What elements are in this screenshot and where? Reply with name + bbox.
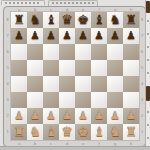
square-g6[interactable] [107, 44, 123, 60]
square-d5[interactable] [59, 60, 75, 76]
square-h2[interactable]: ♟ [123, 108, 139, 124]
black-rook[interactable]: ♜ [123, 12, 139, 28]
chess-board-window: abcdefgh abcdefgh 87654321 87654321 ♜♞♝♛… [3, 6, 146, 147]
black-pawn[interactable]: ♟ [107, 28, 123, 44]
square-h3[interactable] [123, 92, 139, 108]
square-b8[interactable]: ♞ [27, 12, 43, 28]
square-e2[interactable]: ♟ [75, 108, 91, 124]
square-c8[interactable]: ♝ [43, 12, 59, 28]
square-h4[interactable] [123, 76, 139, 92]
square-b7[interactable]: ♟ [27, 28, 43, 44]
square-d2[interactable]: ♟ [59, 108, 75, 124]
square-c5[interactable] [43, 60, 59, 76]
chess-board[interactable]: ♜♞♝♛♚♝♞♜♟♟♟♟♟♟♟♟♟♟♟♟♟♟♟♟♜♞♝♛♚♝♞♜ [10, 11, 140, 141]
square-f7[interactable]: ♟ [91, 28, 107, 44]
square-a4[interactable] [11, 76, 27, 92]
black-pawn[interactable]: ♟ [91, 28, 107, 44]
panel-tick-mark [147, 137, 149, 139]
square-c6[interactable] [43, 44, 59, 60]
white-rook[interactable]: ♜ [123, 124, 139, 140]
square-b3[interactable] [27, 92, 43, 108]
square-g3[interactable] [107, 92, 123, 108]
square-g7[interactable]: ♟ [107, 28, 123, 44]
panel-tick-mark [147, 59, 149, 61]
square-d7[interactable]: ♟ [59, 28, 75, 44]
square-g2[interactable]: ♟ [107, 108, 123, 124]
black-queen[interactable]: ♛ [59, 12, 75, 28]
square-g8[interactable]: ♞ [107, 12, 123, 28]
square-a1[interactable]: ♜ [11, 124, 27, 140]
white-pawn[interactable]: ♟ [107, 108, 123, 124]
panel-tick-mark [147, 111, 149, 113]
panel-tick-mark [147, 46, 149, 48]
square-g4[interactable] [107, 76, 123, 92]
white-pawn[interactable]: ♟ [75, 108, 91, 124]
square-c3[interactable] [43, 92, 59, 108]
black-pawn[interactable]: ♟ [27, 28, 43, 44]
white-rook[interactable]: ♜ [11, 124, 27, 140]
window-tab-1[interactable] [1, 0, 45, 5]
black-bishop[interactable]: ♝ [43, 12, 59, 28]
panel-tick-mark [147, 33, 149, 35]
black-pawn[interactable]: ♟ [59, 28, 75, 44]
square-e7[interactable]: ♟ [75, 28, 91, 44]
white-knight[interactable]: ♞ [107, 124, 123, 140]
white-bishop[interactable]: ♝ [91, 124, 107, 140]
square-c2[interactable]: ♟ [43, 108, 59, 124]
black-king[interactable]: ♚ [75, 12, 91, 28]
square-f2[interactable]: ♟ [91, 108, 107, 124]
panel-tick-mark [147, 72, 149, 74]
square-d6[interactable] [59, 44, 75, 60]
square-h1[interactable]: ♜ [123, 124, 139, 140]
black-bishop[interactable]: ♝ [91, 12, 107, 28]
square-e1[interactable]: ♚ [75, 124, 91, 140]
square-c7[interactable]: ♟ [43, 28, 59, 44]
square-b5[interactable] [27, 60, 43, 76]
square-b1[interactable]: ♞ [27, 124, 43, 140]
black-rook[interactable]: ♜ [11, 12, 27, 28]
window-bottom-edge [0, 146, 150, 150]
square-e3[interactable] [75, 92, 91, 108]
white-pawn[interactable]: ♟ [59, 108, 75, 124]
square-h6[interactable] [123, 44, 139, 60]
square-h5[interactable] [123, 60, 139, 76]
square-f8[interactable]: ♝ [91, 12, 107, 28]
white-queen[interactable]: ♛ [59, 124, 75, 140]
white-king[interactable]: ♚ [75, 124, 91, 140]
square-d8[interactable]: ♛ [59, 12, 75, 28]
square-e5[interactable] [75, 60, 91, 76]
white-pawn[interactable]: ♟ [123, 108, 139, 124]
black-pawn[interactable]: ♟ [75, 28, 91, 44]
square-f1[interactable]: ♝ [91, 124, 107, 140]
square-b2[interactable]: ♟ [27, 108, 43, 124]
white-knight[interactable]: ♞ [27, 124, 43, 140]
black-knight[interactable]: ♞ [107, 12, 123, 28]
square-a6[interactable] [11, 44, 27, 60]
square-f3[interactable] [91, 92, 107, 108]
square-b6[interactable] [27, 44, 43, 60]
square-d1[interactable]: ♛ [59, 124, 75, 140]
white-pawn[interactable]: ♟ [27, 108, 43, 124]
square-a7[interactable]: ♟ [11, 28, 27, 44]
square-a2[interactable]: ♟ [11, 108, 27, 124]
square-e8[interactable]: ♚ [75, 12, 91, 28]
white-pawn[interactable]: ♟ [43, 108, 59, 124]
dark-piece-fragment-icon [146, 1, 150, 13]
square-d4[interactable] [59, 76, 75, 92]
square-f4[interactable] [91, 76, 107, 92]
square-f5[interactable] [91, 60, 107, 76]
square-g1[interactable]: ♞ [107, 124, 123, 140]
panel-tick-mark [147, 20, 149, 22]
square-e4[interactable] [75, 76, 91, 92]
black-pawn[interactable]: ♟ [123, 28, 139, 44]
square-f6[interactable] [91, 44, 107, 60]
tab-1-label-smudge [5, 2, 41, 4]
square-g5[interactable] [107, 60, 123, 76]
square-a8[interactable]: ♜ [11, 12, 27, 28]
black-pawn[interactable]: ♟ [43, 28, 59, 44]
square-c4[interactable] [43, 76, 59, 92]
right-partial-panel[interactable] [145, 0, 150, 150]
square-a3[interactable] [11, 92, 27, 108]
white-pawn[interactable]: ♟ [11, 108, 27, 124]
tab-2-label-smudge [52, 2, 94, 4]
square-a5[interactable] [11, 60, 27, 76]
dark-piece-fragment-icon [146, 86, 150, 101]
square-h8[interactable]: ♜ [123, 12, 139, 28]
panel-tick-mark [147, 124, 149, 126]
square-h7[interactable]: ♟ [123, 28, 139, 44]
square-b4[interactable] [27, 76, 43, 92]
black-knight[interactable]: ♞ [27, 12, 43, 28]
white-pawn[interactable]: ♟ [91, 108, 107, 124]
square-d3[interactable] [59, 92, 75, 108]
square-c1[interactable]: ♝ [43, 124, 59, 140]
white-bishop[interactable]: ♝ [43, 124, 59, 140]
black-pawn[interactable]: ♟ [11, 28, 27, 44]
square-e6[interactable] [75, 44, 91, 60]
